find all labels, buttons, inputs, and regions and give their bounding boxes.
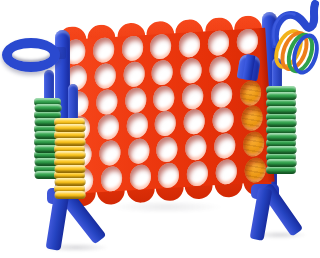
empty-hole — [149, 33, 174, 61]
board-cell — [208, 107, 238, 134]
board-cell — [88, 37, 118, 64]
board-cell — [117, 35, 147, 62]
yellow-ring — [55, 165, 86, 173]
empty-hole — [155, 135, 180, 163]
board-cell — [91, 88, 121, 115]
green-ring — [267, 92, 297, 100]
board-cell — [178, 83, 208, 110]
empty-hole — [123, 86, 148, 114]
orange-disc — [241, 130, 266, 158]
board-grid — [59, 28, 270, 194]
empty-hole — [120, 35, 145, 63]
board-cell — [90, 62, 120, 89]
orange-disc — [238, 79, 263, 107]
right-green-disc-stack — [266, 87, 296, 174]
orange-disc — [240, 104, 265, 132]
green-ring — [35, 104, 62, 112]
empty-hole — [208, 55, 233, 83]
yellow-ring — [55, 178, 86, 186]
board-cell — [205, 55, 235, 82]
empty-hole — [153, 110, 178, 138]
green-ring — [267, 133, 297, 141]
yellow-ring — [55, 191, 86, 199]
board-cell — [154, 161, 184, 188]
board-cell — [183, 160, 213, 187]
board-cell — [181, 134, 211, 161]
product-photo-connect-four — [0, 0, 320, 258]
green-ring — [267, 106, 297, 114]
empty-hole — [152, 84, 177, 112]
empty-hole — [97, 139, 122, 167]
empty-hole — [182, 108, 207, 136]
empty-hole — [128, 163, 153, 191]
green-ring — [267, 146, 297, 154]
board-cell — [203, 30, 233, 57]
board-cell — [179, 108, 209, 135]
empty-hole — [177, 31, 202, 59]
board-cell — [122, 112, 152, 139]
empty-hole — [96, 113, 121, 141]
empty-hole — [235, 28, 260, 56]
board-cell — [95, 139, 125, 166]
right-a-frame-foot — [246, 184, 316, 242]
hole-post-visible — [237, 53, 262, 81]
board-cell — [151, 110, 181, 137]
board-cell — [123, 137, 153, 164]
board-cell — [211, 158, 241, 185]
yellow-ring — [55, 138, 86, 146]
empty-hole — [184, 134, 209, 162]
green-ring — [267, 159, 297, 167]
empty-hole — [93, 62, 118, 90]
empty-hole — [94, 88, 119, 116]
board-cell — [210, 132, 240, 159]
board-cell — [207, 81, 237, 108]
basketball-hoop-icon — [2, 38, 60, 72]
orange-disc — [243, 156, 268, 184]
board-cell — [176, 57, 206, 84]
board-cell — [93, 114, 123, 141]
board-cell — [175, 32, 205, 59]
empty-hole — [121, 60, 146, 88]
green-ring — [267, 119, 297, 127]
empty-hole — [126, 137, 151, 165]
empty-hole — [150, 58, 175, 86]
empty-hole — [91, 36, 116, 64]
empty-hole — [181, 82, 206, 110]
board-cell — [147, 59, 177, 86]
yellow-ring — [55, 124, 86, 132]
yellow-ring — [55, 151, 86, 159]
empty-hole — [179, 57, 204, 85]
empty-hole — [185, 159, 210, 187]
empty-hole — [211, 106, 236, 134]
empty-hole — [206, 29, 231, 57]
empty-hole — [209, 81, 234, 109]
left-yellow-disc-stack — [54, 119, 85, 199]
board-cell — [149, 84, 179, 111]
board-cell — [125, 163, 155, 190]
empty-hole — [213, 132, 238, 160]
board-cell — [120, 86, 150, 113]
empty-hole — [125, 111, 150, 139]
connect-four-board — [55, 16, 275, 206]
board-cell — [119, 61, 149, 88]
board-cell — [146, 33, 176, 60]
board-cell — [152, 136, 182, 163]
empty-hole — [156, 161, 181, 189]
empty-hole — [214, 157, 239, 185]
